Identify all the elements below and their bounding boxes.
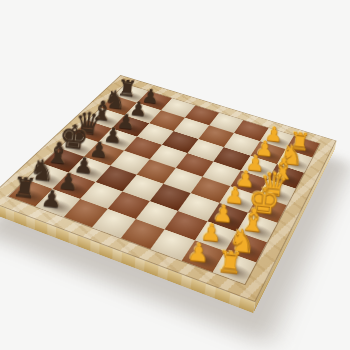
piece-black-pawn-h7: ♟ [40,188,63,212]
product-photo: ♜♟♟♜♞♟♟♞♝♟♟♝♛♟♟♛♚♟♟♚♝♟♟♝♞♟♟♞♜♟♟♜ [0,0,350,350]
chess-board: ♜♟♟♜♞♟♟♞♝♟♟♝♛♟♟♛♚♟♟♚♝♟♟♝♞♟♟♞♜♟♟♜ [0,75,337,302]
piece-white-pawn-h2: ♟ [186,241,210,266]
piece-black-rook-h8: ♜ [11,174,38,202]
scene: ♜♟♟♜♞♟♟♞♝♟♟♝♛♟♟♛♚♟♟♚♝♟♟♝♞♟♟♞♜♟♟♜ [0,0,350,350]
board-rotation-wrapper: ♜♟♟♜♞♟♟♞♝♟♟♝♛♟♟♛♚♟♟♚♝♟♟♝♞♟♟♞♜♟♟♜ [0,0,350,350]
piece-white-rook-h1: ♜ [216,248,245,279]
